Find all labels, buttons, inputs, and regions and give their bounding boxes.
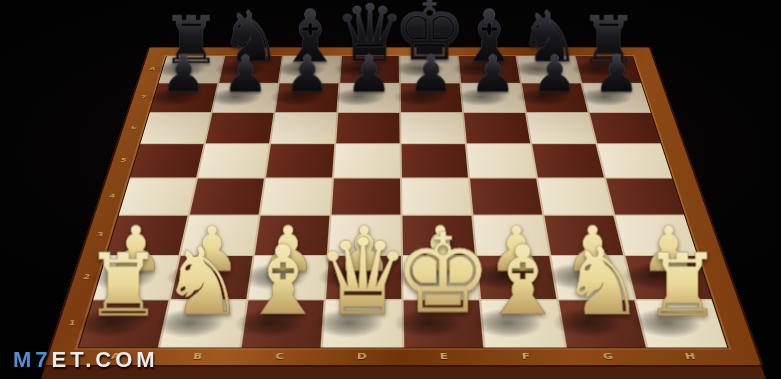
file-label-c: C <box>274 352 284 360</box>
square-h4[interactable] <box>606 178 684 214</box>
square-f5[interactable] <box>466 144 535 177</box>
file-label-d: D <box>356 352 367 360</box>
pawn-icon: ♟ <box>284 48 330 99</box>
watermark-prefix: M7 <box>13 347 52 372</box>
square-h5[interactable] <box>597 144 671 177</box>
square-d5[interactable] <box>334 144 400 177</box>
rank-label-4: 4 <box>108 193 116 198</box>
square-d4[interactable] <box>331 178 400 214</box>
square-c4[interactable] <box>260 178 331 214</box>
pawn-icon: ♟ <box>593 48 639 99</box>
square-a6[interactable] <box>140 112 210 143</box>
chess-app: ABCDEFGH12345678 ♜♞♝♛♚♝♞♜♟♟♟♟♟♟♟♟♟♟♟♟♟♟♟… <box>0 0 781 379</box>
pawn-icon: ♟ <box>346 48 392 99</box>
square-e4[interactable] <box>402 178 471 214</box>
square-c5[interactable] <box>266 144 334 177</box>
square-a4[interactable] <box>118 178 195 214</box>
file-label-b: B <box>192 352 203 360</box>
square-e5[interactable] <box>401 144 467 177</box>
rank-label-6: 6 <box>130 125 137 130</box>
board-scene: ABCDEFGH12345678 ♜♞♝♛♚♝♞♜♟♟♟♟♟♟♟♟♟♟♟♟♟♟♟… <box>0 0 781 379</box>
square-h6[interactable] <box>589 112 660 143</box>
file-label-f: F <box>521 352 531 360</box>
square-g6[interactable] <box>526 112 595 143</box>
bishop-icon: ♝ <box>239 232 325 328</box>
pawn-icon: ♟ <box>470 48 516 99</box>
chess-board: ABCDEFGH12345678 ♜♞♝♛♚♝♞♜♟♟♟♟♟♟♟♟♟♟♟♟♟♟♟… <box>42 46 763 366</box>
file-label-g: G <box>602 352 614 360</box>
king-icon: ♚ <box>393 219 492 330</box>
watermark: M7ET.COM <box>13 347 159 373</box>
square-f4[interactable] <box>470 178 542 214</box>
square-f6[interactable] <box>464 112 530 143</box>
knight-icon: ♞ <box>560 235 644 329</box>
pawn-icon: ♟ <box>160 48 206 99</box>
square-d6[interactable] <box>336 112 399 143</box>
square-b5[interactable] <box>198 144 269 177</box>
square-b6[interactable] <box>205 112 273 143</box>
rook-icon: ♜ <box>643 241 721 328</box>
file-label-e: E <box>439 352 448 360</box>
square-a5[interactable] <box>130 144 203 177</box>
square-e6[interactable] <box>401 112 465 143</box>
square-b4[interactable] <box>189 178 263 214</box>
watermark-suffix: ET.COM <box>52 347 159 372</box>
square-g4[interactable] <box>538 178 613 214</box>
file-label-h: H <box>683 352 696 360</box>
knight-icon: ♞ <box>160 235 244 329</box>
pawn-icon: ♟ <box>408 48 454 99</box>
rook-icon: ♜ <box>84 241 162 328</box>
rank-label-5: 5 <box>119 157 127 162</box>
pawn-icon: ♟ <box>222 48 268 99</box>
square-c6[interactable] <box>271 112 336 143</box>
square-g5[interactable] <box>532 144 604 177</box>
pawn-icon: ♟ <box>531 48 577 99</box>
